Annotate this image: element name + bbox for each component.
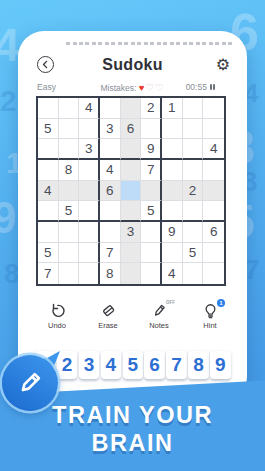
sudoku-cell-r7c2[interactable] xyxy=(59,222,80,243)
app-header: Sudoku ⚙ xyxy=(18,53,247,77)
sudoku-cell-r2c3[interactable] xyxy=(79,119,100,140)
sudoku-cell-r6c9[interactable] xyxy=(203,201,224,222)
sudoku-cell-r6c6[interactable]: 5 xyxy=(141,201,162,222)
toolbar: Undo Erase OFF N xyxy=(18,302,247,330)
sudoku-cell-r4c4[interactable]: 4 xyxy=(100,160,121,181)
sudoku-cell-r5c3[interactable] xyxy=(79,181,100,202)
banner-line2: BRAIN xyxy=(0,429,265,457)
sudoku-cell-r3c7[interactable] xyxy=(162,139,183,160)
sudoku-cell-r9c6[interactable] xyxy=(141,263,162,284)
sudoku-cell-r6c7[interactable] xyxy=(162,201,183,222)
sudoku-cell-r6c3[interactable] xyxy=(79,201,100,222)
sudoku-cell-r8c5[interactable] xyxy=(121,243,142,264)
sudoku-cell-r7c7[interactable]: 9 xyxy=(162,222,183,243)
sudoku-cell-r2c5[interactable]: 6 xyxy=(121,119,142,140)
heart-empty-icon: ♡ xyxy=(145,82,155,93)
sudoku-cell-r5c6[interactable] xyxy=(141,181,162,202)
sudoku-cell-r2c1[interactable]: 5 xyxy=(38,119,59,140)
sudoku-cell-r4c1[interactable] xyxy=(38,160,59,181)
erase-label: Erase xyxy=(98,321,118,330)
sudoku-cell-r9c3[interactable] xyxy=(79,263,100,284)
pencil-badge xyxy=(2,355,58,411)
sudoku-cell-r9c8[interactable] xyxy=(183,263,204,284)
timer-value: 00:55 xyxy=(186,82,207,92)
status-bar xyxy=(66,42,232,45)
sudoku-cell-r7c3[interactable] xyxy=(79,222,100,243)
hint-button[interactable]: 1 Hint xyxy=(191,302,229,330)
numpad-key-4[interactable]: 4 xyxy=(101,351,121,379)
sudoku-cell-r7c6[interactable] xyxy=(141,222,162,243)
undo-icon xyxy=(49,302,66,319)
numpad-key-9[interactable]: 9 xyxy=(210,351,230,379)
sudoku-cell-r1c2[interactable] xyxy=(59,98,80,119)
numpad-key-3[interactable]: 3 xyxy=(79,351,99,379)
sudoku-cell-r4c6[interactable]: 7 xyxy=(141,160,162,181)
hearts-row: ♥♡♡ xyxy=(139,83,165,93)
sudoku-cell-r3c6[interactable]: 9 xyxy=(141,139,162,160)
sudoku-cell-r5c8[interactable]: 2 xyxy=(183,181,204,202)
mistakes-label: Mistakes: xyxy=(101,83,137,93)
sudoku-cell-r3c8[interactable] xyxy=(183,139,204,160)
sudoku-cell-r2c8[interactable] xyxy=(183,119,204,140)
hint-count-badge: 1 xyxy=(217,299,225,307)
sudoku-cell-r2c9[interactable] xyxy=(203,119,224,140)
number-pad: 123456789 xyxy=(35,351,231,379)
app-store-screenshot: 42198648357 Sudoku ⚙ Easy Mistakes: ♥♡♡ … xyxy=(0,0,265,471)
sudoku-board: 42153639484746255396575784 xyxy=(36,96,226,286)
sudoku-cell-r3c3[interactable]: 3 xyxy=(79,139,100,160)
background-digit: 4 xyxy=(0,22,20,68)
sudoku-cell-r6c1[interactable] xyxy=(38,201,59,222)
sudoku-cell-r3c2[interactable] xyxy=(59,139,80,160)
sudoku-cell-r9c7[interactable]: 4 xyxy=(162,263,183,284)
sudoku-cell-r9c9[interactable] xyxy=(203,263,224,284)
sudoku-cell-r7c1[interactable] xyxy=(38,222,59,243)
sudoku-cell-r5c9[interactable] xyxy=(203,181,224,202)
badge-circle xyxy=(2,355,58,411)
pencil-icon xyxy=(151,302,168,319)
background-digit: 2 xyxy=(0,86,17,116)
numpad-key-8[interactable]: 8 xyxy=(188,351,208,379)
numpad-key-7[interactable]: 7 xyxy=(166,351,186,379)
sudoku-cell-r4c2[interactable]: 8 xyxy=(59,160,80,181)
numpad-key-2[interactable]: 2 xyxy=(57,351,77,379)
numpad-key-6[interactable]: 6 xyxy=(144,351,164,379)
sudoku-cell-r7c4[interactable] xyxy=(100,222,121,243)
sudoku-cell-r8c6[interactable] xyxy=(141,243,162,264)
lightbulb-icon xyxy=(202,302,219,319)
sudoku-cell-r9c1[interactable]: 7 xyxy=(38,263,59,284)
sudoku-cell-r1c8[interactable] xyxy=(183,98,204,119)
notes-label: Notes xyxy=(149,321,169,330)
sudoku-cell-r3c5[interactable] xyxy=(121,139,142,160)
sudoku-cell-r8c3[interactable] xyxy=(79,243,100,264)
background-digit: 9 xyxy=(0,196,16,240)
sudoku-cell-r7c5[interactable]: 3 xyxy=(121,222,142,243)
phone-mockup: Sudoku ⚙ Easy Mistakes: ♥♡♡ 00:55 421536… xyxy=(18,31,247,403)
sudoku-cell-r4c3[interactable] xyxy=(79,160,100,181)
sudoku-cell-r8c7[interactable] xyxy=(162,243,183,264)
sudoku-cell-r4c9[interactable] xyxy=(203,160,224,181)
settings-gear-icon[interactable]: ⚙ xyxy=(216,54,230,76)
sudoku-cell-r8c1[interactable]: 5 xyxy=(38,243,59,264)
sudoku-cell-r2c6[interactable] xyxy=(141,119,162,140)
sudoku-cell-r3c4[interactable] xyxy=(100,139,121,160)
sudoku-cell-r8c2[interactable] xyxy=(59,243,80,264)
sudoku-cell-r5c2[interactable] xyxy=(59,181,80,202)
sudoku-cell-r6c5[interactable] xyxy=(121,201,142,222)
undo-label: Undo xyxy=(48,321,66,330)
sudoku-cell-r6c2[interactable]: 5 xyxy=(59,201,80,222)
sudoku-cell-r1c9[interactable] xyxy=(203,98,224,119)
sudoku-cell-r3c9[interactable]: 4 xyxy=(203,139,224,160)
sudoku-cell-r5c5[interactable] xyxy=(121,181,142,202)
erase-button[interactable]: Erase xyxy=(89,302,127,330)
sudoku-cell-r7c9[interactable]: 6 xyxy=(203,222,224,243)
page-title: Sudoku xyxy=(18,53,247,77)
sudoku-cell-r1c1[interactable] xyxy=(38,98,59,119)
sudoku-cell-r1c5[interactable] xyxy=(121,98,142,119)
sudoku-cell-r9c5[interactable] xyxy=(121,263,142,284)
sudoku-cell-r1c4[interactable] xyxy=(100,98,121,119)
hint-label: Hint xyxy=(203,321,216,330)
sudoku-cell-r9c4[interactable]: 8 xyxy=(100,263,121,284)
sudoku-cell-r2c7[interactable] xyxy=(162,119,183,140)
game-meta-row: Easy Mistakes: ♥♡♡ 00:55 xyxy=(36,81,229,94)
pause-button[interactable] xyxy=(210,84,215,91)
sudoku-cell-r5c4[interactable]: 6 xyxy=(100,181,121,202)
sudoku-cell-r5c1[interactable]: 4 xyxy=(38,181,59,202)
sudoku-cell-r6c4[interactable] xyxy=(100,201,121,222)
badge-pencil-icon xyxy=(16,369,44,397)
sudoku-cell-r2c4[interactable]: 3 xyxy=(100,119,121,140)
sudoku-cell-r5c7[interactable] xyxy=(162,181,183,202)
sudoku-cell-r4c5[interactable] xyxy=(121,160,142,181)
eraser-icon xyxy=(100,302,117,319)
sudoku-cell-r1c7[interactable]: 1 xyxy=(162,98,183,119)
sudoku-cell-r4c8[interactable] xyxy=(183,160,204,181)
sudoku-cell-r8c4[interactable]: 7 xyxy=(100,243,121,264)
sudoku-cell-r7c8[interactable] xyxy=(183,222,204,243)
sudoku-cell-r4c7[interactable] xyxy=(162,160,183,181)
sudoku-cell-r1c3[interactable]: 4 xyxy=(79,98,100,119)
sudoku-cell-r6c8[interactable] xyxy=(183,201,204,222)
numpad-key-5[interactable]: 5 xyxy=(123,351,143,379)
sudoku-cell-r3c1[interactable] xyxy=(38,139,59,160)
sudoku-cell-r8c8[interactable]: 5 xyxy=(183,243,204,264)
sudoku-cell-r2c2[interactable] xyxy=(59,119,80,140)
sudoku-cell-r8c9[interactable] xyxy=(203,243,224,264)
heart-empty-icon: ♡ xyxy=(155,82,165,93)
notes-button[interactable]: OFF Notes xyxy=(140,302,178,330)
sudoku-cell-r9c2[interactable] xyxy=(59,263,80,284)
notes-off-badge: OFF xyxy=(166,300,175,305)
undo-button[interactable]: Undo xyxy=(38,302,76,330)
sudoku-cell-r1c6[interactable]: 2 xyxy=(141,98,162,119)
